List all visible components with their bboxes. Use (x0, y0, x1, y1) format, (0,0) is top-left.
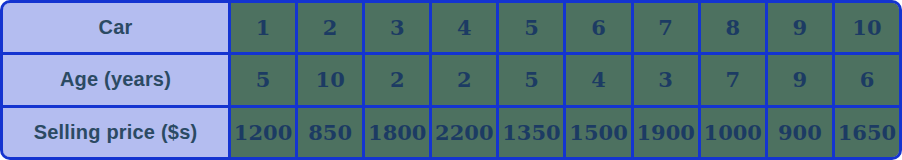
table-cell-age-6: 4 (566, 55, 630, 104)
table-cell-car-6: 6 (566, 3, 630, 52)
table-cell-car-3: 3 (365, 3, 429, 52)
table-cell-price-1: 1200 (231, 108, 295, 157)
table-cell-car-5: 5 (499, 3, 563, 52)
table-cell-car-8: 8 (701, 3, 765, 52)
table-cell-age-1: 5 (231, 55, 295, 104)
table-cell-age-7: 3 (634, 55, 698, 104)
table-cell-age-4: 2 (432, 55, 496, 104)
table-grid: Car 1 2 3 4 5 6 7 8 9 10 Age (years) 5 1… (3, 3, 899, 157)
table-cell-age-3: 2 (365, 55, 429, 104)
table-cell-car-7: 7 (634, 3, 698, 52)
table-cell-age-5: 5 (499, 55, 563, 104)
table-cell-price-8: 1000 (701, 108, 765, 157)
table-cell-price-4: 2200 (432, 108, 496, 157)
table-cell-age-9: 9 (768, 55, 832, 104)
table-cell-age-2: 10 (298, 55, 362, 104)
table-cell-car-1: 1 (231, 3, 295, 52)
row-header-car: Car (3, 3, 228, 52)
data-table: Car 1 2 3 4 5 6 7 8 9 10 Age (years) 5 1… (0, 0, 902, 160)
table-cell-price-5: 1350 (499, 108, 563, 157)
table-cell-age-10: 6 (835, 55, 899, 104)
table-cell-age-8: 7 (701, 55, 765, 104)
table-cell-price-3: 1800 (365, 108, 429, 157)
table-cell-price-10: 1650 (835, 108, 899, 157)
row-header-age: Age (years) (3, 55, 228, 104)
row-header-selling-price: Selling price ($s) (3, 108, 228, 157)
table-cell-price-2: 850 (298, 108, 362, 157)
table-cell-car-9: 9 (768, 3, 832, 52)
table-cell-price-7: 1900 (634, 108, 698, 157)
table-cell-car-2: 2 (298, 3, 362, 52)
table-cell-price-9: 900 (768, 108, 832, 157)
table-cell-car-10: 10 (835, 3, 899, 52)
table-cell-price-6: 1500 (566, 108, 630, 157)
table-cell-car-4: 4 (432, 3, 496, 52)
